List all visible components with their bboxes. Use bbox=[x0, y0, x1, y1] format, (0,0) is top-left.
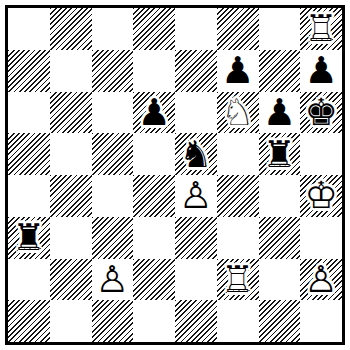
square-d6[interactable]: ♟ bbox=[133, 92, 175, 134]
board-frame: ♜♖♟♟♟♞♘♟♚♞♜♟♙♚♔♜♟♙♜♖♟♙ bbox=[5, 5, 345, 345]
square-f5[interactable] bbox=[217, 133, 259, 175]
square-d7[interactable] bbox=[133, 50, 175, 92]
square-d1[interactable] bbox=[133, 300, 175, 342]
square-g6[interactable]: ♟ bbox=[259, 92, 301, 134]
square-g2[interactable] bbox=[259, 259, 301, 301]
square-g3[interactable] bbox=[259, 217, 301, 259]
square-b6[interactable] bbox=[50, 92, 92, 134]
square-c3[interactable] bbox=[92, 217, 134, 259]
black-pawn[interactable]: ♟ bbox=[259, 92, 301, 134]
square-f4[interactable] bbox=[217, 175, 259, 217]
square-c1[interactable] bbox=[92, 300, 134, 342]
square-b7[interactable] bbox=[50, 50, 92, 92]
square-d4[interactable] bbox=[133, 175, 175, 217]
square-b8[interactable] bbox=[50, 8, 92, 50]
square-h3[interactable] bbox=[300, 217, 342, 259]
white-pawn[interactable]: ♙ bbox=[92, 259, 134, 301]
square-e6[interactable] bbox=[175, 92, 217, 134]
square-b5[interactable] bbox=[50, 133, 92, 175]
square-h6[interactable]: ♚ bbox=[300, 92, 342, 134]
square-e7[interactable] bbox=[175, 50, 217, 92]
black-rook[interactable]: ♜ bbox=[8, 217, 50, 259]
black-pawn[interactable]: ♟ bbox=[133, 92, 175, 134]
white-rook[interactable]: ♖ bbox=[217, 259, 259, 301]
square-c5[interactable] bbox=[92, 133, 134, 175]
square-b4[interactable] bbox=[50, 175, 92, 217]
square-d8[interactable] bbox=[133, 8, 175, 50]
square-a7[interactable] bbox=[8, 50, 50, 92]
white-king[interactable]: ♔ bbox=[300, 175, 342, 217]
square-h1[interactable] bbox=[300, 300, 342, 342]
square-d2[interactable] bbox=[133, 259, 175, 301]
square-a4[interactable] bbox=[8, 175, 50, 217]
black-knight[interactable]: ♞ bbox=[175, 133, 217, 175]
square-g1[interactable] bbox=[259, 300, 301, 342]
square-a2[interactable] bbox=[8, 259, 50, 301]
square-h2[interactable]: ♟♙ bbox=[300, 259, 342, 301]
square-e1[interactable] bbox=[175, 300, 217, 342]
square-h4[interactable]: ♚♔ bbox=[300, 175, 342, 217]
white-pawn[interactable]: ♙ bbox=[300, 259, 342, 301]
square-c8[interactable] bbox=[92, 8, 134, 50]
square-h5[interactable] bbox=[300, 133, 342, 175]
chess-board: ♜♖♟♟♟♞♘♟♚♞♜♟♙♚♔♜♟♙♜♖♟♙ bbox=[8, 8, 342, 342]
black-king[interactable]: ♚ bbox=[300, 92, 342, 134]
square-h8[interactable]: ♜♖ bbox=[300, 8, 342, 50]
square-a6[interactable] bbox=[8, 92, 50, 134]
black-pawn[interactable]: ♟ bbox=[300, 50, 342, 92]
square-e3[interactable] bbox=[175, 217, 217, 259]
white-pawn[interactable]: ♙ bbox=[175, 175, 217, 217]
square-c4[interactable] bbox=[92, 175, 134, 217]
square-b1[interactable] bbox=[50, 300, 92, 342]
square-d3[interactable] bbox=[133, 217, 175, 259]
square-f6[interactable]: ♞♘ bbox=[217, 92, 259, 134]
white-knight[interactable]: ♘ bbox=[217, 92, 259, 134]
square-e2[interactable] bbox=[175, 259, 217, 301]
square-c6[interactable] bbox=[92, 92, 134, 134]
square-h7[interactable]: ♟ bbox=[300, 50, 342, 92]
square-a5[interactable] bbox=[8, 133, 50, 175]
square-g7[interactable] bbox=[259, 50, 301, 92]
square-b2[interactable] bbox=[50, 259, 92, 301]
square-d5[interactable] bbox=[133, 133, 175, 175]
square-a8[interactable] bbox=[8, 8, 50, 50]
white-rook[interactable]: ♖ bbox=[300, 8, 342, 50]
square-a3[interactable]: ♜ bbox=[8, 217, 50, 259]
black-pawn[interactable]: ♟ bbox=[217, 50, 259, 92]
square-a1[interactable] bbox=[8, 300, 50, 342]
black-rook[interactable]: ♜ bbox=[259, 133, 301, 175]
square-f3[interactable] bbox=[217, 217, 259, 259]
square-e8[interactable] bbox=[175, 8, 217, 50]
square-f7[interactable]: ♟ bbox=[217, 50, 259, 92]
square-g4[interactable] bbox=[259, 175, 301, 217]
square-c2[interactable]: ♟♙ bbox=[92, 259, 134, 301]
square-c7[interactable] bbox=[92, 50, 134, 92]
square-e4[interactable]: ♟♙ bbox=[175, 175, 217, 217]
square-e5[interactable]: ♞ bbox=[175, 133, 217, 175]
square-f1[interactable] bbox=[217, 300, 259, 342]
square-g8[interactable] bbox=[259, 8, 301, 50]
square-g5[interactable]: ♜ bbox=[259, 133, 301, 175]
square-b3[interactable] bbox=[50, 217, 92, 259]
square-f8[interactable] bbox=[217, 8, 259, 50]
square-f2[interactable]: ♜♖ bbox=[217, 259, 259, 301]
